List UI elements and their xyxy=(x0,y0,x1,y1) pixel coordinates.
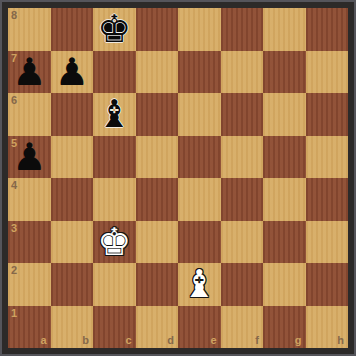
square-c8[interactable]: ♚ xyxy=(93,8,136,51)
white-king-icon[interactable]: ♚ xyxy=(97,223,131,261)
file-label-a: a xyxy=(40,335,46,346)
square-d4[interactable] xyxy=(136,178,179,221)
square-a8[interactable]: 8 xyxy=(8,8,51,51)
square-b3[interactable] xyxy=(51,221,94,264)
square-h4[interactable] xyxy=(306,178,349,221)
square-e6[interactable] xyxy=(178,93,221,136)
square-h2[interactable] xyxy=(306,263,349,306)
square-a4[interactable]: 4 xyxy=(8,178,51,221)
square-e7[interactable] xyxy=(178,51,221,94)
file-label-d: d xyxy=(167,335,174,346)
square-f6[interactable] xyxy=(221,93,264,136)
rank-label-4: 4 xyxy=(11,180,17,191)
square-d3[interactable] xyxy=(136,221,179,264)
board-frame: 8♚7♟♟6♝5♟43♚2♝1abcdefgh xyxy=(0,0,356,356)
square-h5[interactable] xyxy=(306,136,349,179)
square-a5[interactable]: 5♟ xyxy=(8,136,51,179)
square-h8[interactable] xyxy=(306,8,349,51)
square-e2[interactable]: ♝ xyxy=(178,263,221,306)
square-c6[interactable]: ♝ xyxy=(93,93,136,136)
square-g8[interactable] xyxy=(263,8,306,51)
square-g7[interactable] xyxy=(263,51,306,94)
square-f2[interactable] xyxy=(221,263,264,306)
square-c3[interactable]: ♚ xyxy=(93,221,136,264)
square-e1[interactable]: e xyxy=(178,306,221,349)
square-b2[interactable] xyxy=(51,263,94,306)
square-g4[interactable] xyxy=(263,178,306,221)
black-pawn-icon[interactable]: ♟ xyxy=(12,138,46,176)
square-d2[interactable] xyxy=(136,263,179,306)
square-f1[interactable]: f xyxy=(221,306,264,349)
white-bishop-icon[interactable]: ♝ xyxy=(182,265,216,303)
square-c1[interactable]: c xyxy=(93,306,136,349)
square-b1[interactable]: b xyxy=(51,306,94,349)
square-f3[interactable] xyxy=(221,221,264,264)
square-e8[interactable] xyxy=(178,8,221,51)
square-d1[interactable]: d xyxy=(136,306,179,349)
square-f8[interactable] xyxy=(221,8,264,51)
square-e3[interactable] xyxy=(178,221,221,264)
square-a3[interactable]: 3 xyxy=(8,221,51,264)
square-f4[interactable] xyxy=(221,178,264,221)
file-label-h: h xyxy=(337,335,344,346)
file-label-g: g xyxy=(295,335,302,346)
square-c4[interactable] xyxy=(93,178,136,221)
square-b7[interactable]: ♟ xyxy=(51,51,94,94)
file-label-f: f xyxy=(255,335,259,346)
square-g1[interactable]: g xyxy=(263,306,306,349)
file-label-e: e xyxy=(210,335,216,346)
square-a6[interactable]: 6 xyxy=(8,93,51,136)
square-h1[interactable]: h xyxy=(306,306,349,349)
rank-label-8: 8 xyxy=(11,10,17,21)
square-h7[interactable] xyxy=(306,51,349,94)
rank-label-2: 2 xyxy=(11,265,17,276)
rank-label-6: 6 xyxy=(11,95,17,106)
file-label-c: c xyxy=(125,335,131,346)
black-pawn-icon[interactable]: ♟ xyxy=(55,53,89,91)
square-g6[interactable] xyxy=(263,93,306,136)
square-f7[interactable] xyxy=(221,51,264,94)
rank-label-3: 3 xyxy=(11,223,17,234)
square-d8[interactable] xyxy=(136,8,179,51)
square-g5[interactable] xyxy=(263,136,306,179)
square-b6[interactable] xyxy=(51,93,94,136)
black-bishop-icon[interactable]: ♝ xyxy=(97,95,131,133)
square-f5[interactable] xyxy=(221,136,264,179)
square-a1[interactable]: 1a xyxy=(8,306,51,349)
square-b4[interactable] xyxy=(51,178,94,221)
square-e5[interactable] xyxy=(178,136,221,179)
square-h6[interactable] xyxy=(306,93,349,136)
square-a7[interactable]: 7♟ xyxy=(8,51,51,94)
rank-label-7: 7 xyxy=(11,53,17,64)
chess-board: 8♚7♟♟6♝5♟43♚2♝1abcdefgh xyxy=(8,8,348,348)
file-label-b: b xyxy=(82,335,89,346)
black-king-icon[interactable]: ♚ xyxy=(97,10,131,48)
square-c2[interactable] xyxy=(93,263,136,306)
black-pawn-icon[interactable]: ♟ xyxy=(12,53,46,91)
square-e4[interactable] xyxy=(178,178,221,221)
square-c7[interactable] xyxy=(93,51,136,94)
square-d7[interactable] xyxy=(136,51,179,94)
square-b8[interactable] xyxy=(51,8,94,51)
rank-label-5: 5 xyxy=(11,138,17,149)
square-a2[interactable]: 2 xyxy=(8,263,51,306)
square-c5[interactable] xyxy=(93,136,136,179)
square-d5[interactable] xyxy=(136,136,179,179)
square-b5[interactable] xyxy=(51,136,94,179)
square-h3[interactable] xyxy=(306,221,349,264)
rank-label-1: 1 xyxy=(11,308,17,319)
square-d6[interactable] xyxy=(136,93,179,136)
square-g2[interactable] xyxy=(263,263,306,306)
square-g3[interactable] xyxy=(263,221,306,264)
